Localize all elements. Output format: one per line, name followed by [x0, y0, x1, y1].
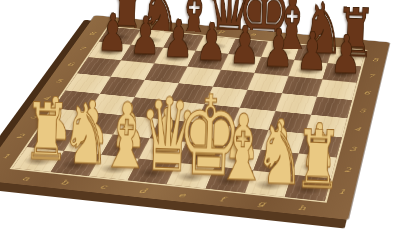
- rank-label-right-6: 6: [363, 90, 371, 96]
- file-label-b: b: [59, 178, 70, 186]
- piece-black-pawn-b7[interactable]: ♟: [129, 15, 152, 58]
- rank-label-left-5: 5: [54, 78, 64, 84]
- rank-label-left-6: 6: [66, 61, 75, 67]
- file-label-f: f: [219, 195, 226, 202]
- piece-white-queen-d1[interactable]: ♛: [137, 95, 166, 177]
- walnut-frame: abcdefgh abcdefgh 87654321 87654321 ♜♞♝♛…: [0, 16, 390, 220]
- piece-black-pawn-a7[interactable]: ♟: [97, 12, 120, 55]
- piece-white-knight-b1[interactable]: ♞: [61, 101, 89, 168]
- piece-black-pawn-g7[interactable]: ♟: [296, 30, 320, 73]
- square-g6[interactable]: [282, 76, 322, 96]
- file-label-c: c: [99, 182, 109, 190]
- piece-white-rook-a1[interactable]: ♜: [23, 101, 51, 165]
- file-label-g: g: [257, 199, 267, 207]
- piece-white-bishop-c1[interactable]: ♝: [99, 100, 127, 173]
- file-label-d: d: [138, 187, 148, 195]
- scene: abcdefgh abcdefgh 87654321 87654321 ♜♞♝♛…: [0, 0, 400, 240]
- file-label-e: e: [178, 191, 188, 199]
- perspective-tilt: abcdefgh abcdefgh 87654321 87654321 ♜♞♝♛…: [0, 0, 400, 240]
- chess-board: abcdefgh abcdefgh 87654321 87654321 ♜♞♝♛…: [0, 16, 390, 220]
- file-label-top-h: h: [347, 41, 354, 46]
- piece-black-pawn-h7[interactable]: ♟: [330, 33, 354, 77]
- rank-label-left-8: 8: [88, 31, 97, 36]
- piece-black-pawn-f7[interactable]: ♟: [262, 27, 286, 70]
- file-label-h: h: [298, 203, 307, 211]
- piece-white-knight-g1[interactable]: ♞: [254, 120, 282, 189]
- piece-black-pawn-c7[interactable]: ♟: [162, 18, 185, 61]
- piece-white-bishop-f1[interactable]: ♝: [215, 111, 243, 185]
- rank-label-right-4: 4: [354, 126, 362, 132]
- rank-label-left-7: 7: [77, 46, 86, 51]
- rank-label-right-5: 5: [359, 107, 367, 113]
- file-label-a: a: [21, 174, 32, 181]
- piece-black-pawn-e7[interactable]: ♟: [229, 24, 253, 67]
- rank-label-right-2: 2: [343, 166, 351, 173]
- piece-black-pawn-d7[interactable]: ♟: [195, 21, 219, 64]
- piece-white-rook-h1[interactable]: ♜: [294, 128, 322, 193]
- square-f6[interactable]: [247, 73, 288, 93]
- rank-label-right-7: 7: [368, 73, 375, 79]
- file-label-top-g: g: [315, 38, 322, 43]
- chessboard-photo: abcdefgh abcdefgh 87654321 87654321 ♜♞♝♛…: [0, 0, 400, 240]
- rank-label-left-1: 1: [1, 152, 12, 159]
- piece-white-king-e1[interactable]: ♚: [176, 91, 205, 180]
- square-g7[interactable]: ♟: [288, 60, 327, 79]
- rank-label-right-3: 3: [349, 145, 357, 152]
